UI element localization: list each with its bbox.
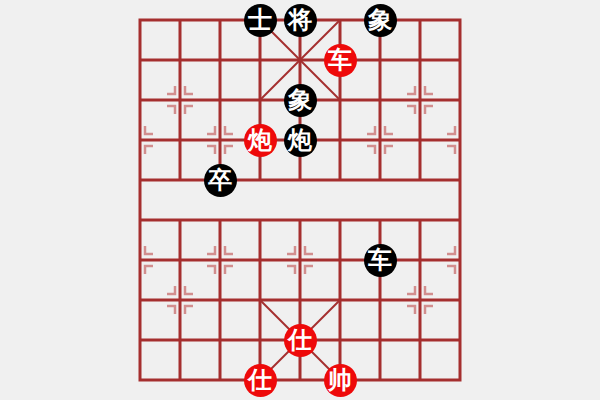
piece-black-elephant[interactable]: 象 [284, 84, 317, 117]
piece-red-cannon[interactable]: 炮 [244, 124, 277, 157]
piece-red-rook[interactable]: 车 [324, 44, 357, 77]
piece-red-advisor[interactable]: 仕 [284, 324, 317, 357]
piece-grid: 士将象车象炮炮卒车仕仕帅 [120, 0, 480, 400]
piece-black-cannon[interactable]: 炮 [284, 124, 317, 157]
piece-black-rook[interactable]: 车 [364, 244, 397, 277]
xiangqi-board: 士将象车象炮炮卒车仕仕帅 [0, 0, 600, 400]
piece-black-elephant[interactable]: 象 [364, 4, 397, 37]
piece-red-advisor[interactable]: 仕 [244, 364, 277, 397]
piece-black-advisor[interactable]: 士 [244, 4, 277, 37]
piece-red-king[interactable]: 帅 [324, 364, 357, 397]
piece-black-king[interactable]: 将 [284, 4, 317, 37]
piece-black-soldier[interactable]: 卒 [204, 164, 237, 197]
